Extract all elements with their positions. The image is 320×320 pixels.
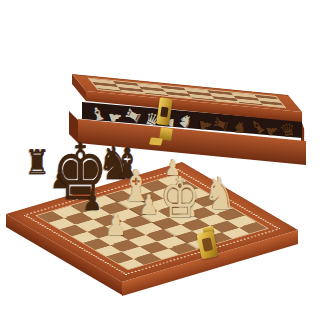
board-piece-light-pawn: ♟ [139, 191, 158, 218]
board-piece-dark-rook: ♜ [25, 145, 49, 179]
board-piece-dark-pawn: ♟ [83, 188, 102, 214]
board-pieces-layer: ♜♟♞♝♟♝♚♞♟♟♟♚♟ [0, 0, 320, 320]
board-piece-light-knight: ♞ [204, 171, 236, 216]
board-piece-light-king: ♚ [160, 170, 200, 226]
chess-set-photo: ♝♟♜♛♟♞♟♜♞♝♟♛ ♜♟♞♝♟♝♚♞♟♟♟♚♟ [0, 0, 320, 320]
board-piece-light-pawn: ♟ [105, 210, 127, 240]
